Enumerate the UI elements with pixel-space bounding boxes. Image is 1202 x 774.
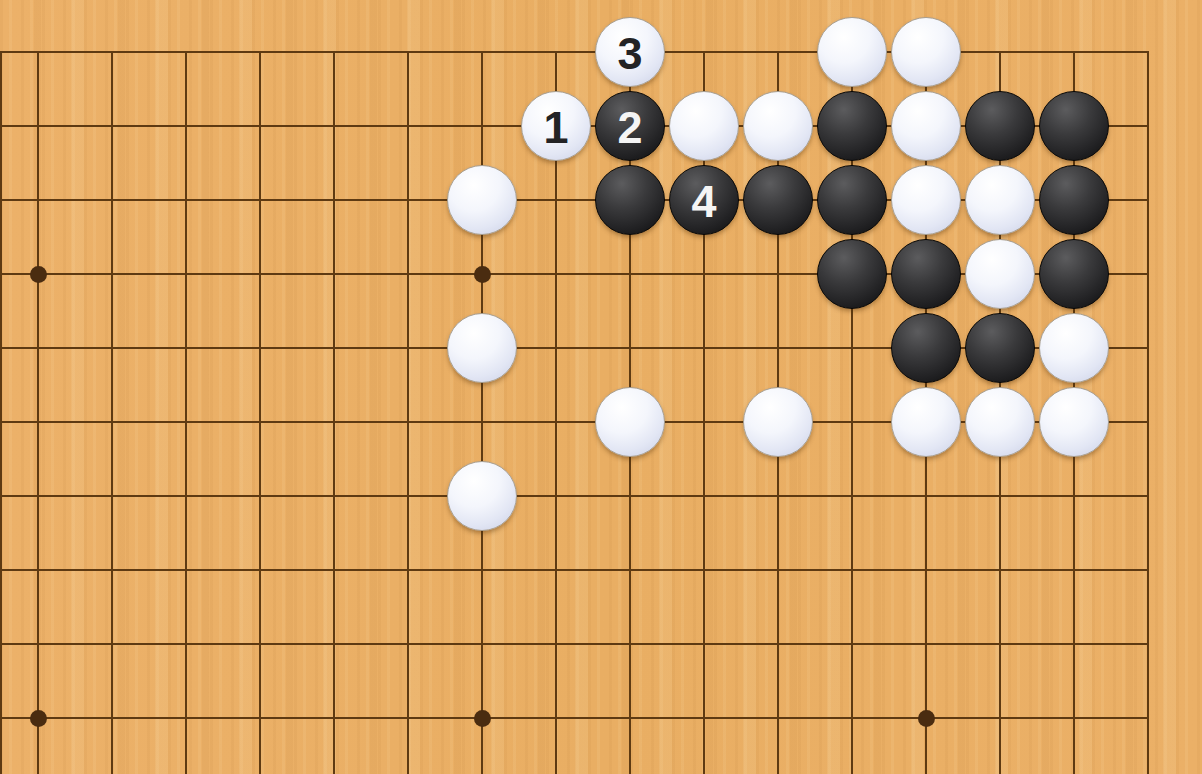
- black-stone: [891, 239, 961, 309]
- white-stone: [669, 91, 739, 161]
- star-point: [30, 266, 47, 283]
- crop-edge-line: [0, 51, 2, 774]
- white-stone: [817, 17, 887, 87]
- grid-line-vertical: [259, 51, 261, 774]
- star-point: [474, 710, 491, 727]
- grid-line-vertical: [37, 51, 39, 774]
- grid-line-horizontal: [0, 569, 1149, 571]
- grid-line-vertical: [407, 51, 409, 774]
- white-stone: [1039, 387, 1109, 457]
- black-stone: [1039, 91, 1109, 161]
- go-board[interactable]: 3124: [0, 0, 1202, 774]
- star-point: [918, 710, 935, 727]
- white-stone: [743, 91, 813, 161]
- grid-line-horizontal: [0, 495, 1149, 497]
- grid-line-vertical: [111, 51, 113, 774]
- white-stone: [891, 17, 961, 87]
- grid-line-horizontal: [0, 643, 1149, 645]
- star-point: [474, 266, 491, 283]
- white-stone: [743, 387, 813, 457]
- move-number-label: 4: [691, 179, 716, 224]
- white-stone: 1: [521, 91, 591, 161]
- grid-line-vertical: [481, 51, 483, 774]
- grid-line-vertical: [185, 51, 187, 774]
- white-stone: [891, 387, 961, 457]
- black-stone: [743, 165, 813, 235]
- black-stone: [965, 313, 1035, 383]
- grid-line-vertical: [1147, 51, 1149, 774]
- white-stone: [1039, 313, 1109, 383]
- black-stone: [817, 239, 887, 309]
- black-stone: [1039, 239, 1109, 309]
- white-stone: [447, 461, 517, 531]
- star-point: [30, 710, 47, 727]
- white-stone: [595, 387, 665, 457]
- move-number-label: 1: [543, 105, 568, 150]
- black-stone: 2: [595, 91, 665, 161]
- black-stone: [817, 165, 887, 235]
- black-stone: [891, 313, 961, 383]
- black-stone: 4: [669, 165, 739, 235]
- move-number-label: 2: [617, 105, 642, 150]
- black-stone: [817, 91, 887, 161]
- black-stone: [965, 91, 1035, 161]
- white-stone: [447, 165, 517, 235]
- white-stone: [965, 239, 1035, 309]
- black-stone: [1039, 165, 1109, 235]
- grid-line-vertical: [333, 51, 335, 774]
- move-number-label: 3: [617, 31, 642, 76]
- grid-line-horizontal: [0, 717, 1149, 719]
- white-stone: [965, 165, 1035, 235]
- white-stone: [965, 387, 1035, 457]
- white-stone: [891, 91, 961, 161]
- black-stone: [595, 165, 665, 235]
- white-stone: [447, 313, 517, 383]
- grid-line-horizontal: [0, 51, 1149, 53]
- white-stone: 3: [595, 17, 665, 87]
- white-stone: [891, 165, 961, 235]
